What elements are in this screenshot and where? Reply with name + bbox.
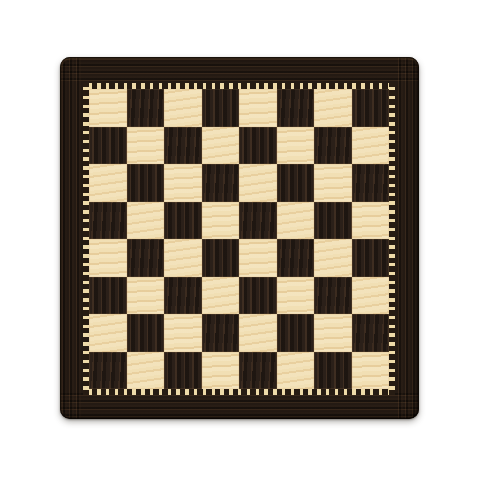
- square-c4: [164, 239, 202, 277]
- square-g8: [314, 89, 352, 127]
- square-h3: [352, 277, 390, 315]
- square-g2: [314, 314, 352, 352]
- square-f4: [277, 239, 315, 277]
- playing-field: [83, 83, 395, 395]
- board-frame-bottom: [60, 393, 419, 419]
- square-d2: [202, 314, 240, 352]
- square-f6: [277, 164, 315, 202]
- square-e2: [239, 314, 277, 352]
- square-c5: [164, 202, 202, 240]
- board-grid: [89, 89, 389, 389]
- square-c7: [164, 127, 202, 165]
- board-frame-left: [60, 57, 83, 419]
- square-h8: [352, 89, 390, 127]
- square-b4: [127, 239, 165, 277]
- product-photo: [0, 0, 480, 480]
- board-frame-top: [60, 57, 419, 83]
- square-b2: [127, 314, 165, 352]
- square-e8: [239, 89, 277, 127]
- board-frame-right: [396, 57, 419, 419]
- square-e5: [239, 202, 277, 240]
- square-e6: [239, 164, 277, 202]
- square-c3: [164, 277, 202, 315]
- square-f5: [277, 202, 315, 240]
- square-c6: [164, 164, 202, 202]
- square-d8: [202, 89, 240, 127]
- square-h5: [352, 202, 390, 240]
- square-d1: [202, 352, 240, 390]
- square-a7: [89, 127, 127, 165]
- square-f1: [277, 352, 315, 390]
- square-c2: [164, 314, 202, 352]
- square-a3: [89, 277, 127, 315]
- square-g5: [314, 202, 352, 240]
- inlay-border-bottom: [83, 389, 395, 395]
- square-a6: [89, 164, 127, 202]
- square-g1: [314, 352, 352, 390]
- square-h6: [352, 164, 390, 202]
- square-f2: [277, 314, 315, 352]
- square-d3: [202, 277, 240, 315]
- chess-board: [60, 57, 419, 419]
- square-b1: [127, 352, 165, 390]
- square-e7: [239, 127, 277, 165]
- square-a4: [89, 239, 127, 277]
- square-g7: [314, 127, 352, 165]
- square-b8: [127, 89, 165, 127]
- square-g6: [314, 164, 352, 202]
- square-b6: [127, 164, 165, 202]
- square-c8: [164, 89, 202, 127]
- square-h2: [352, 314, 390, 352]
- square-b5: [127, 202, 165, 240]
- square-f3: [277, 277, 315, 315]
- square-d7: [202, 127, 240, 165]
- square-a5: [89, 202, 127, 240]
- square-g4: [314, 239, 352, 277]
- square-e4: [239, 239, 277, 277]
- square-b7: [127, 127, 165, 165]
- square-f8: [277, 89, 315, 127]
- square-d6: [202, 164, 240, 202]
- square-e3: [239, 277, 277, 315]
- square-g3: [314, 277, 352, 315]
- square-d4: [202, 239, 240, 277]
- square-d5: [202, 202, 240, 240]
- square-b3: [127, 277, 165, 315]
- square-e1: [239, 352, 277, 390]
- inlay-border-right: [389, 83, 395, 395]
- square-a8: [89, 89, 127, 127]
- square-h7: [352, 127, 390, 165]
- square-c1: [164, 352, 202, 390]
- square-a1: [89, 352, 127, 390]
- square-h1: [352, 352, 390, 390]
- square-h4: [352, 239, 390, 277]
- square-f7: [277, 127, 315, 165]
- square-a2: [89, 314, 127, 352]
